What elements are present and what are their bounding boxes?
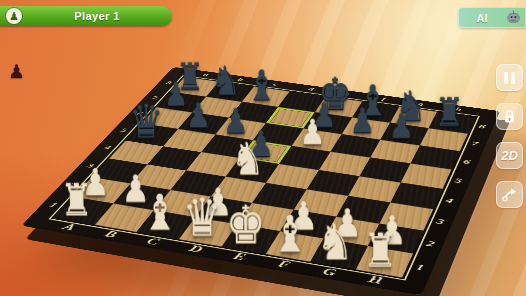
captured-black-pawn-icon: ♟ (8, 60, 25, 82)
ai-banner: AI (458, 7, 526, 28)
pause-button[interactable] (496, 64, 523, 91)
white-pawn-e6[interactable]: ♟ (292, 115, 333, 150)
square-e5[interactable] (279, 146, 331, 170)
player-avatar: ♟ (6, 8, 22, 24)
black-bishop-c8[interactable]: ♝ (242, 64, 280, 105)
white-knight-d4[interactable]: ♞ (226, 136, 268, 181)
share-button[interactable] (496, 181, 523, 208)
black-pawn-g7[interactable]: ♟ (381, 109, 422, 143)
square-f5[interactable] (319, 152, 370, 177)
square-h5[interactable] (401, 164, 452, 189)
robot-icon (506, 10, 521, 25)
white-bishop-f1[interactable]: ♝ (266, 209, 313, 259)
black-knight-b8[interactable]: ♞ (206, 60, 244, 100)
white-rook-a1[interactable]: ♜ (54, 178, 99, 222)
square-b5[interactable] (163, 129, 215, 152)
white-pawn-icon: ♟ (9, 11, 19, 22)
lock-button[interactable] (496, 103, 523, 130)
black-pawn-f7[interactable]: ♟ (342, 104, 382, 138)
player-banner: ♟ Player 1 (0, 6, 172, 26)
game-scene: ♜♞♝♚♝♞♜♟♟♟♟♟♟♟♛♟♞♟♟♟♟♟♟♜♝♛♚♝♞♜ AaBbCcDdE… (0, 0, 526, 296)
pause-icon (504, 72, 515, 84)
player-name: Player 1 (22, 10, 172, 22)
white-knight-g1[interactable]: ♞ (311, 217, 358, 267)
padlock-icon (502, 109, 517, 124)
white-king-e1[interactable]: ♚ (222, 198, 268, 251)
ai-name: AI (458, 12, 506, 24)
captured-pieces-tray: ♟ (8, 60, 25, 82)
white-bishop-c1[interactable]: ♝ (137, 188, 183, 237)
square-h8[interactable]: ♜ (429, 112, 476, 134)
2d-view-button[interactable]: 2D (496, 142, 523, 169)
2d-label: 2D (501, 148, 518, 163)
black-pawn-b6[interactable]: ♟ (178, 99, 218, 133)
black-rook-h8[interactable]: ♜ (429, 93, 469, 132)
black-queen-a5[interactable]: ♛ (126, 98, 167, 145)
white-rook-h1[interactable]: ♜ (357, 227, 405, 274)
forward-arrow-icon (501, 186, 518, 203)
white-queen-d1[interactable]: ♛ (179, 191, 225, 244)
